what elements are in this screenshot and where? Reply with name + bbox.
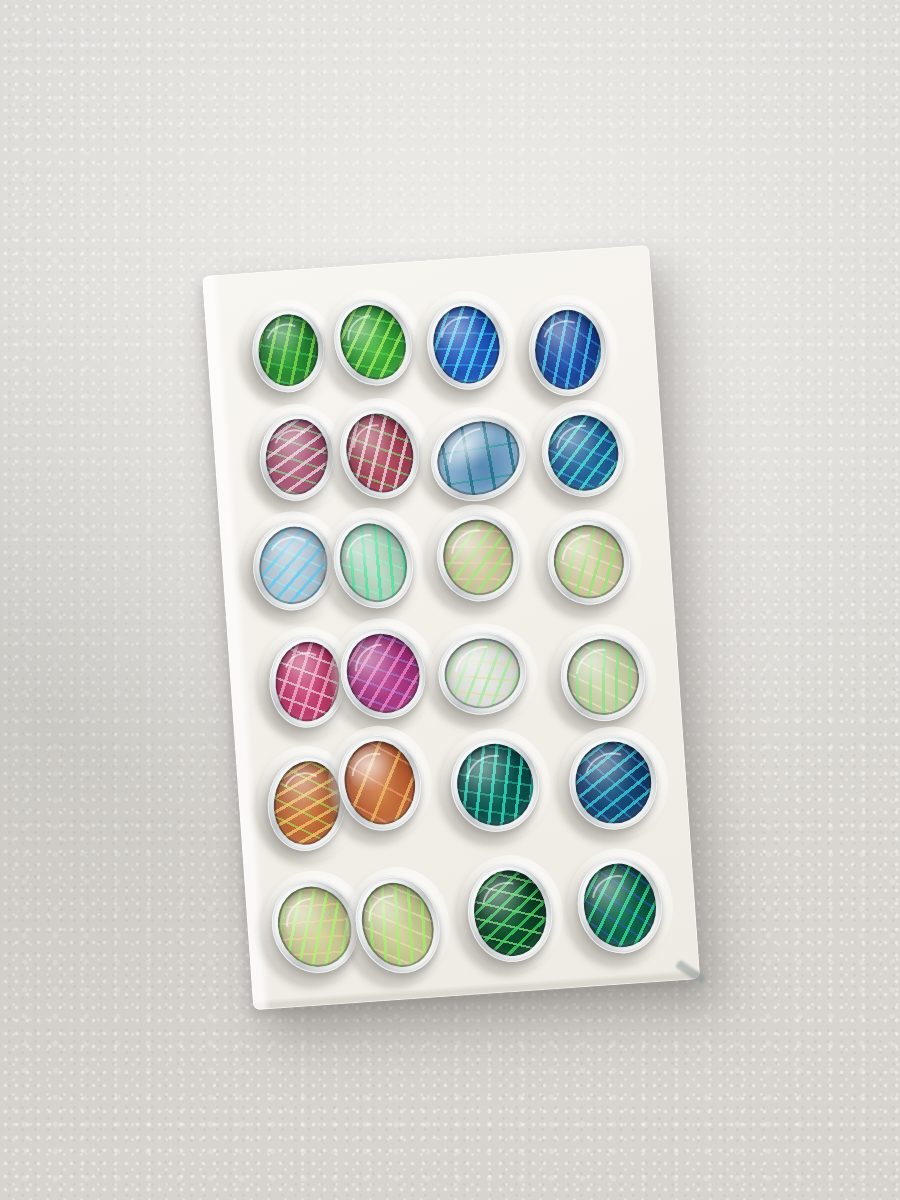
- stud-reflection-arc: [344, 633, 421, 710]
- stud-reflection-arc: [444, 635, 519, 709]
- stud-reflection-arc: [266, 422, 329, 488]
- earring-stud-r4c2: [338, 625, 428, 723]
- earring-stud-r1c3: [424, 297, 508, 392]
- stud-reflection-arc: [551, 523, 625, 597]
- earring-stud-r2c2: [338, 404, 422, 501]
- earring-stud-r2c1: [257, 410, 337, 503]
- stud-reflection-arc: [438, 417, 517, 497]
- earring-stud-r4c3: [436, 629, 530, 717]
- stud-reflection-arc: [574, 742, 651, 819]
- earring-stud-r6c2: [353, 873, 442, 976]
- stud-reflection-arc: [580, 864, 658, 943]
- product-photo: [0, 0, 900, 1200]
- stud-reflection-arc: [336, 524, 410, 599]
- stud-reflection-arc: [546, 414, 620, 488]
- stud-reflection-arc: [357, 883, 436, 962]
- earring-stud-r1c4: [526, 301, 610, 398]
- earring-stud-r5c4: [566, 733, 660, 833]
- stud-stone: [469, 865, 552, 960]
- stud-reflection-arc: [275, 886, 353, 964]
- stud-stone: [262, 416, 332, 498]
- stud-reflection-arc: [471, 871, 549, 950]
- stud-reflection-arc: [441, 518, 515, 592]
- stud-stone: [535, 310, 601, 390]
- stud-reflection-arc: [342, 414, 416, 489]
- earring-stud-r2c4: [539, 406, 627, 500]
- earring-stud-r6c3: [465, 861, 556, 965]
- earring-stud-r3c2: [331, 514, 415, 611]
- stud-layer: [202, 245, 700, 1010]
- earring-stud-r6c4: [575, 855, 665, 957]
- earring-stud-r1c1: [250, 306, 328, 395]
- stud-stone: [451, 738, 540, 832]
- earring-stud-r3c4: [545, 516, 633, 608]
- stud-stone: [427, 301, 506, 389]
- stud-stone: [257, 313, 319, 387]
- earring-stud-r5c3: [448, 735, 542, 835]
- earring-stud-r1c2: [332, 296, 414, 389]
- stud-reflection-arc: [565, 638, 640, 713]
- stud-reflection-arc: [341, 742, 418, 820]
- stud-reflection-arc: [455, 743, 534, 822]
- stud-bezel: [529, 304, 607, 396]
- stud-reflection-arc: [430, 306, 502, 379]
- stud-stone: [574, 740, 653, 825]
- earring-stud-r2c3: [428, 413, 530, 503]
- earring-display-card: [202, 245, 700, 1010]
- earring-stud-r3c3: [434, 511, 522, 605]
- earring-stud-r5c2: [336, 732, 424, 833]
- earring-stud-r4c4: [558, 630, 648, 724]
- stud-reflection-arc: [337, 305, 409, 376]
